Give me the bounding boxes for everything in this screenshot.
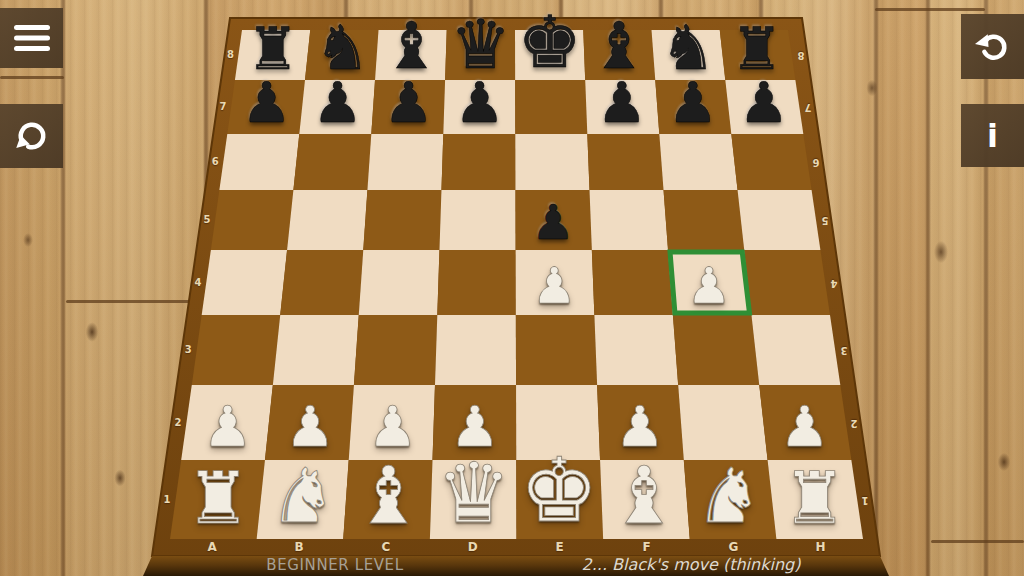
info-icon: i — [987, 120, 998, 152]
piece-black-pawn-f7[interactable]: ♟ — [597, 75, 647, 131]
piece-white-rook-h1[interactable]: ♜ — [782, 463, 846, 535]
piece-black-pawn-g7[interactable]: ♟ — [668, 75, 718, 131]
piece-white-pawn-g4[interactable]: ♟ — [687, 261, 732, 311]
piece-black-knight-b8[interactable]: ♞ — [315, 17, 370, 78]
piece-white-bishop-c1[interactable]: ♝ — [353, 456, 424, 535]
piece-black-pawn-d7[interactable]: ♟ — [455, 75, 505, 131]
piece-black-king-e8[interactable]: ♚ — [517, 7, 581, 79]
menu-button[interactable] — [0, 8, 63, 68]
piece-black-pawn-e5[interactable]: ♟ — [532, 198, 575, 246]
piece-black-knight-g8[interactable]: ♞ — [660, 17, 715, 78]
piece-black-rook-a8[interactable]: ♜ — [247, 20, 299, 78]
chess-app-screen: ABCDEFGH1122334455667788 ♜♞♝♛♚♝♞♜♟♟♟♟♟♟♟… — [0, 0, 1024, 576]
piece-black-pawn-b7[interactable]: ♟ — [313, 75, 363, 131]
rotate-restart-button[interactable] — [0, 104, 63, 168]
piece-black-pawn-c7[interactable]: ♟ — [384, 75, 434, 131]
undo-arrow-icon — [969, 23, 1017, 71]
level-label: BEGINNER LEVEL — [266, 558, 403, 573]
piece-white-knight-b1[interactable]: ♞ — [270, 459, 338, 535]
piece-white-pawn-h2[interactable]: ♟ — [780, 399, 830, 455]
piece-white-pawn-e4[interactable]: ♟ — [532, 261, 577, 311]
piece-black-pawn-h7[interactable]: ♟ — [739, 75, 789, 131]
piece-white-king-e1[interactable]: ♚ — [519, 447, 598, 535]
piece-white-pawn-f2[interactable]: ♟ — [615, 399, 665, 455]
piece-black-rook-h8[interactable]: ♜ — [731, 20, 783, 78]
hamburger-icon — [12, 22, 52, 54]
piece-white-queen-d1[interactable]: ♛ — [436, 452, 511, 535]
piece-white-bishop-f1[interactable]: ♝ — [609, 456, 680, 535]
piece-white-pawn-a2[interactable]: ♟ — [203, 399, 253, 455]
pieces-layer: ♜♞♝♛♚♝♞♜♟♟♟♟♟♟♟♟♟♟♟♟♟♟♟♟♜♞♝♛♚♝♞♜ — [0, 0, 1024, 576]
undo-button[interactable] — [961, 14, 1024, 79]
piece-white-pawn-b2[interactable]: ♟ — [285, 399, 335, 455]
piece-black-queen-d8[interactable]: ♛ — [450, 11, 511, 79]
piece-white-rook-a1[interactable]: ♜ — [186, 463, 250, 535]
piece-white-pawn-c2[interactable]: ♟ — [367, 399, 417, 455]
piece-white-knight-g1[interactable]: ♞ — [696, 459, 764, 535]
piece-black-pawn-a7[interactable]: ♟ — [242, 75, 292, 131]
rotate-icon — [8, 112, 56, 160]
info-button[interactable]: i — [961, 104, 1024, 167]
piece-black-bishop-f8[interactable]: ♝ — [590, 14, 648, 78]
piece-black-bishop-c8[interactable]: ♝ — [382, 14, 440, 78]
move-status-label: 2... Black's move (thinking) — [582, 557, 801, 573]
